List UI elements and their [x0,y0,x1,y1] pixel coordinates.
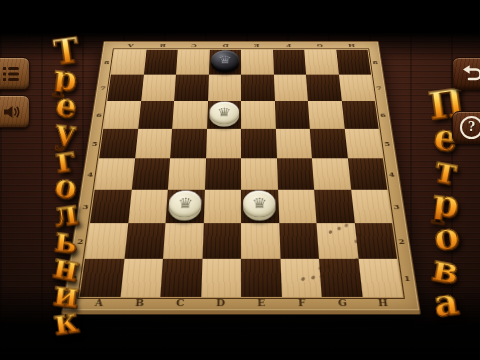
square-b7[interactable] [141,75,176,101]
file-label-top-c: C [178,42,210,50]
square-g4[interactable] [312,158,351,189]
help-button[interactable]: ? [452,111,480,144]
square-c4[interactable] [168,158,206,189]
title-left-vertical: Треугольник [44,38,88,335]
square-g1[interactable] [319,259,362,297]
square-e7[interactable] [241,75,274,101]
menu-list-icon [1,65,21,83]
square-a8[interactable] [111,50,146,75]
square-b4[interactable] [131,158,170,189]
square-d4[interactable] [204,158,241,189]
square-g2[interactable] [316,223,358,259]
square-d3[interactable] [203,190,241,223]
square-a3[interactable] [90,190,131,223]
file-label-c: C [159,297,200,310]
game-board: ABCDEFGH ABCDEFGH 87654321 87654321 ♛♛♛♛ [61,41,421,314]
file-label-d: D [200,297,241,310]
square-c6[interactable] [172,101,207,129]
white-king-e3[interactable]: ♛ [243,191,276,217]
white-king-d6[interactable]: ♛ [209,102,239,124]
square-h7[interactable] [339,75,375,101]
square-a2[interactable] [85,223,128,259]
square-h8[interactable] [336,50,371,75]
title-letter-right: а [432,284,460,320]
file-label-e: E [241,297,282,310]
file-labels-bottom: ABCDEFGH [78,297,405,310]
menu-button[interactable] [0,57,30,90]
square-b3[interactable] [128,190,168,223]
square-h5[interactable] [344,129,383,159]
king-crown-icon: ♛ [218,55,232,66]
square-e6[interactable] [241,101,275,129]
undo-button[interactable] [452,57,480,90]
file-label-f: F [281,297,322,310]
game-screen: Треугольник Петрова ABCDEFGH ABCDEFGH 87… [0,0,480,360]
square-f3[interactable] [278,190,317,223]
file-label-top-d: D [209,42,241,50]
square-d5[interactable] [206,129,241,159]
square-h2[interactable] [354,223,397,259]
question-mark-icon: ? [460,116,480,139]
square-g8[interactable] [304,50,338,75]
file-label-h: H [362,297,404,310]
square-f7[interactable] [274,75,308,101]
file-label-g: G [322,297,364,310]
king-crown-icon: ♛ [177,196,194,210]
square-h3[interactable] [351,190,392,223]
square-c1[interactable] [160,259,202,297]
square-g3[interactable] [314,190,354,223]
file-labels-top: ABCDEFGH [115,42,368,50]
undo-arrow-icon [461,64,480,83]
file-label-top-e: E [241,42,273,50]
square-e5[interactable] [241,129,276,159]
square-e4[interactable] [241,158,278,189]
file-label-b: B [119,297,161,310]
square-a6[interactable] [103,101,140,129]
file-label-top-f: F [272,42,304,50]
rank-label-5: 5 [379,129,396,159]
king-crown-icon: ♛ [251,196,267,210]
square-e8[interactable] [241,50,274,75]
king-crown-icon: ♛ [217,106,232,118]
square-c5[interactable] [170,129,207,159]
title-letter-left: к [52,306,79,336]
square-f1[interactable] [280,259,322,297]
file-label-top-g: G [304,42,336,50]
square-c2[interactable] [163,223,203,259]
board-squares [80,50,403,297]
rank-label-8: 8 [367,50,382,75]
square-d2[interactable] [202,223,241,259]
square-h1[interactable] [358,259,402,297]
speaker-icon [1,103,21,121]
black-king-d8[interactable]: ♛ [211,50,239,70]
square-c8[interactable] [176,50,209,75]
square-b5[interactable] [135,129,173,159]
file-label-top-a: A [115,42,147,50]
square-b6[interactable] [138,101,174,129]
square-g7[interactable] [306,75,341,101]
square-b8[interactable] [143,50,177,75]
square-g5[interactable] [310,129,348,159]
square-a5[interactable] [99,129,138,159]
square-d7[interactable] [208,75,241,101]
square-e2[interactable] [241,223,280,259]
square-f6[interactable] [274,101,309,129]
square-g6[interactable] [308,101,344,129]
square-f2[interactable] [279,223,319,259]
square-h4[interactable] [347,158,387,189]
file-label-top-b: B [146,42,178,50]
square-f8[interactable] [273,50,306,75]
square-h6[interactable] [341,101,378,129]
square-a7[interactable] [107,75,143,101]
square-e1[interactable] [241,259,281,297]
square-c7[interactable] [174,75,208,101]
square-f4[interactable] [276,158,314,189]
square-d1[interactable] [201,259,241,297]
square-b2[interactable] [124,223,166,259]
file-label-top-h: H [335,42,367,50]
rank-label-6: 6 [375,101,392,129]
sound-button[interactable] [0,95,30,128]
square-f5[interactable] [275,129,312,159]
square-a4[interactable] [95,158,135,189]
square-b1[interactable] [120,259,163,297]
rank-label-7: 7 [371,75,387,101]
